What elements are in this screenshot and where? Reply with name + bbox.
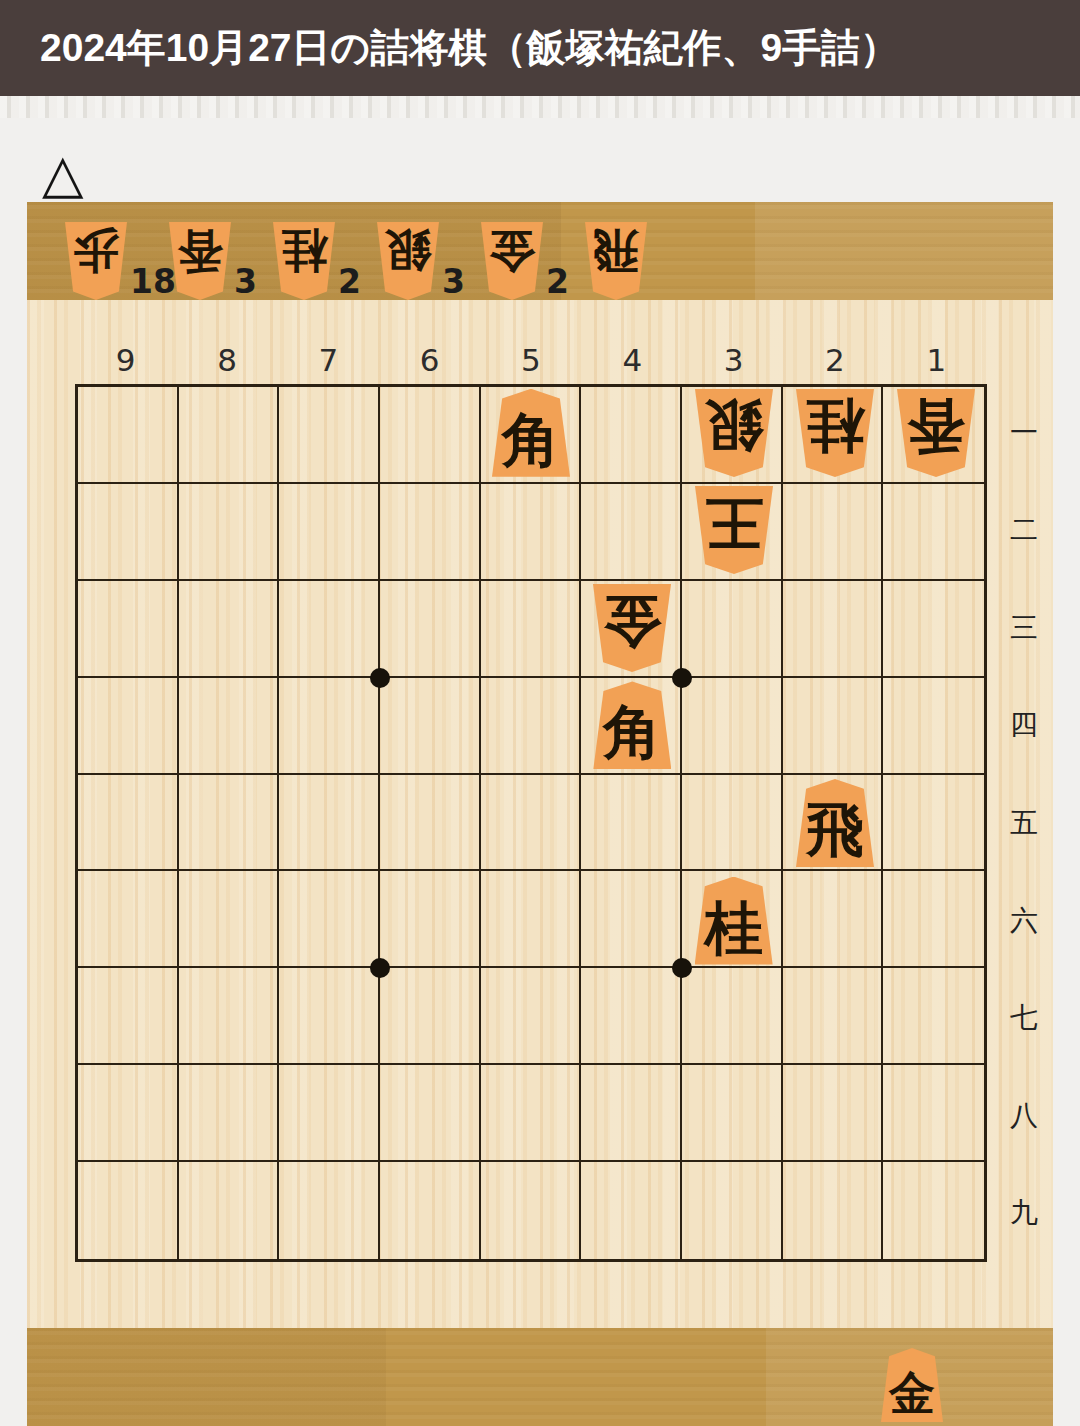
page-title: 2024年10月27日の詰将棋（飯塚祐紀作、9手詰） — [0, 21, 899, 75]
board-cell — [78, 1162, 179, 1259]
gote-hand-gold-piece: 金 — [481, 222, 543, 300]
file-label: 3 — [683, 340, 784, 380]
rank-label: 八 — [1001, 1067, 1047, 1165]
piece-kanji: 金 — [889, 1370, 935, 1422]
file-label: 2 — [784, 340, 885, 380]
rank-label: 九 — [1001, 1165, 1047, 1263]
board-cell — [481, 871, 582, 968]
board-cell — [481, 387, 582, 484]
board-cell — [279, 678, 380, 775]
board-cell — [78, 1065, 179, 1162]
board-cell — [682, 1162, 783, 1259]
board-cell — [883, 484, 984, 581]
shogi-board-panel: 987654321 角銀桂香王金角飛桂 一二三四五六七八九 — [27, 300, 1053, 1328]
piece-kanji: 飛 — [593, 222, 639, 274]
gote-hand-pieces: 歩18香3桂2銀3金2飛 — [27, 202, 1053, 300]
hand-item-silver: 銀3 — [377, 222, 481, 300]
board-cell — [783, 1162, 884, 1259]
board-cell — [581, 484, 682, 581]
board-cell — [179, 678, 280, 775]
board-cell — [581, 387, 682, 484]
board-cell — [279, 1162, 380, 1259]
star-point — [370, 668, 390, 688]
board-cell — [78, 871, 179, 968]
board-cell — [179, 871, 280, 968]
board-cell — [783, 581, 884, 678]
file-label: 7 — [278, 340, 379, 380]
file-label: 4 — [582, 340, 683, 380]
rank-label: 五 — [1001, 774, 1047, 872]
board-cell — [783, 968, 884, 1065]
board-cell — [682, 581, 783, 678]
file-label: 9 — [75, 340, 176, 380]
board-cell — [380, 1065, 481, 1162]
sente-hand-tray: 金 — [27, 1328, 1053, 1426]
board-cell — [783, 775, 884, 872]
board-cell — [682, 1065, 783, 1162]
board-cell — [581, 678, 682, 775]
board-cell — [279, 775, 380, 872]
board-cell — [481, 581, 582, 678]
board-cell — [179, 387, 280, 484]
board-cell — [481, 484, 582, 581]
board-cell — [78, 484, 179, 581]
board-cell — [279, 581, 380, 678]
board-cell — [78, 678, 179, 775]
gote-hand-rook-piece: 飛 — [585, 222, 647, 300]
file-label: 5 — [480, 340, 581, 380]
board-cell — [883, 871, 984, 968]
file-labels: 987654321 — [75, 340, 987, 380]
board-cell — [883, 1162, 984, 1259]
board-cell — [78, 775, 179, 872]
board-cell — [380, 484, 481, 581]
sente-hand-gold-piece: 金 — [881, 1348, 943, 1422]
board-cell — [581, 581, 682, 678]
board-cell — [179, 775, 280, 872]
board-cell — [380, 581, 481, 678]
file-label: 8 — [176, 340, 277, 380]
hand-item-gold: 金 — [881, 1348, 985, 1422]
board-cell — [481, 775, 582, 872]
piece-kanji: 金 — [489, 222, 535, 274]
board-grid — [75, 384, 987, 1262]
page-header: 2024年10月27日の詰将棋（飯塚祐紀作、9手詰） — [0, 0, 1080, 96]
board-cell — [581, 871, 682, 968]
board-cell — [682, 871, 783, 968]
board-cell — [380, 1162, 481, 1259]
board-cell — [179, 581, 280, 678]
board-cell — [179, 1162, 280, 1259]
board-cell — [783, 1065, 884, 1162]
rank-label: 七 — [1001, 969, 1047, 1067]
hand-item-knight: 桂2 — [273, 222, 377, 300]
rank-label: 二 — [1001, 482, 1047, 580]
board-cell — [380, 871, 481, 968]
board-cell — [380, 968, 481, 1065]
rank-label: 三 — [1001, 579, 1047, 677]
board-cell — [682, 678, 783, 775]
file-label: 6 — [379, 340, 480, 380]
board-cell — [883, 678, 984, 775]
rank-label: 四 — [1001, 677, 1047, 775]
board-cell — [682, 968, 783, 1065]
hand-item-lance: 香3 — [169, 222, 273, 300]
board-cell — [179, 1065, 280, 1162]
board-cell — [279, 387, 380, 484]
texture-strip — [0, 96, 1080, 118]
hand-item-pawn: 歩18 — [65, 222, 169, 300]
board-cell — [279, 871, 380, 968]
gote-hand-silver-piece: 銀 — [377, 222, 439, 300]
board-cell — [481, 678, 582, 775]
gote-hand-knight-piece: 桂 — [273, 222, 335, 300]
board-cell — [883, 581, 984, 678]
rank-label: 一 — [1001, 384, 1047, 482]
board-cell — [682, 484, 783, 581]
gote-hand-tray: 歩18香3桂2銀3金2飛 — [27, 202, 1053, 300]
board-cell — [682, 775, 783, 872]
board-cell — [783, 678, 884, 775]
board-cell — [783, 387, 884, 484]
board-cell — [78, 581, 179, 678]
hand-piece-count: 2 — [546, 265, 569, 298]
board-cell — [481, 1065, 582, 1162]
board-cell — [380, 678, 481, 775]
piece-kanji: 桂 — [281, 222, 327, 274]
board-cell — [380, 387, 481, 484]
board-cell — [883, 1065, 984, 1162]
piece-kanji: 香 — [177, 222, 223, 274]
piece-kanji: 銀 — [385, 222, 431, 274]
gote-hand-pawn-piece: 歩 — [65, 222, 127, 300]
board-cell — [783, 484, 884, 581]
board-cell — [682, 387, 783, 484]
board-cell — [279, 968, 380, 1065]
board-cell — [581, 968, 682, 1065]
board-cell — [78, 968, 179, 1065]
board-cell — [279, 1065, 380, 1162]
page: 2024年10月27日の詰将棋（飯塚祐紀作、9手詰） △ 歩18香3桂2銀3金2… — [0, 0, 1080, 1426]
board-cell — [179, 484, 280, 581]
hand-piece-count: 3 — [442, 265, 465, 298]
rank-labels: 一二三四五六七八九 — [1001, 384, 1047, 1262]
board-cell — [883, 775, 984, 872]
hand-piece-count: 3 — [234, 265, 257, 298]
board-cell — [883, 387, 984, 484]
board-cell — [279, 484, 380, 581]
gote-turn-triangle-icon: △ — [42, 144, 112, 204]
hand-item-rook: 飛 — [585, 222, 689, 300]
rank-label: 六 — [1001, 872, 1047, 970]
board-cell — [581, 775, 682, 872]
sente-hand-pieces: 金 — [881, 1348, 985, 1422]
board-cell — [581, 1162, 682, 1259]
board-cell — [581, 1065, 682, 1162]
file-label: 1 — [886, 340, 987, 380]
board-cell — [380, 775, 481, 872]
board-cell — [783, 871, 884, 968]
hand-piece-count: 2 — [338, 265, 361, 298]
board-cell — [179, 968, 280, 1065]
star-point — [672, 958, 692, 978]
board-cell — [883, 968, 984, 1065]
board-cell — [481, 968, 582, 1065]
star-point — [370, 958, 390, 978]
piece-kanji: 歩 — [73, 222, 119, 274]
board-cell — [481, 1162, 582, 1259]
board-cell — [78, 387, 179, 484]
gote-hand-lance-piece: 香 — [169, 222, 231, 300]
hand-item-gold: 金2 — [481, 222, 585, 300]
star-point — [672, 668, 692, 688]
